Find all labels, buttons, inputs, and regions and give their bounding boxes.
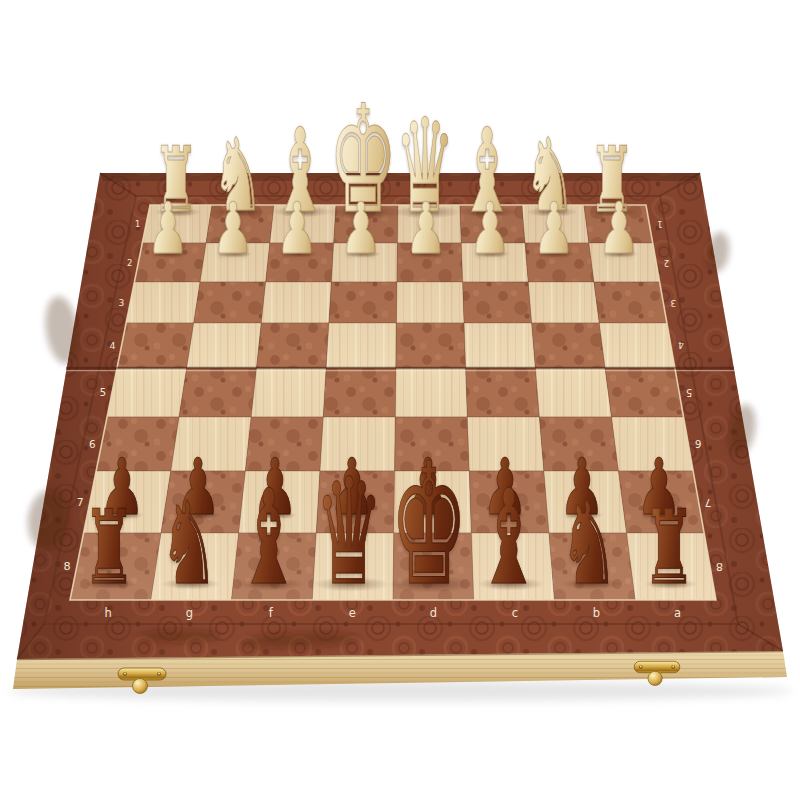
piece-black-knight-glyph: ♞ [560, 487, 619, 601]
piece-black-rook-glyph: ♜ [83, 497, 136, 599]
file-label-h: h [104, 606, 111, 620]
rank-label-right-6: 6 [695, 438, 702, 450]
burl-blotch [140, 629, 220, 643]
rank-label-left-4: 4 [109, 340, 115, 351]
piece-white-pawn-glyph: ♟ [276, 194, 318, 265]
rank-label-left-2: 2 [127, 258, 132, 268]
piece-black-king-glyph: ♚ [390, 441, 469, 609]
rank-label-left-3: 3 [119, 298, 125, 308]
rank-label-left-5: 5 [100, 387, 106, 398]
piece-black-rook-glyph: ♜ [642, 497, 695, 599]
piece-white-pawn-glyph: ♟ [533, 194, 575, 265]
piece-white-pawn-glyph: ♟ [212, 194, 254, 265]
rank-label-right-7: 7 [705, 496, 712, 509]
piece-white-pawn-glyph: ♟ [405, 194, 447, 265]
piece-white-pawn-glyph: ♟ [598, 194, 640, 265]
rank-label-right-4: 4 [678, 340, 684, 351]
rank-label-right-3: 3 [670, 298, 676, 308]
rank-label-right-8: 8 [716, 560, 723, 573]
rank-label-left-8: 8 [64, 560, 71, 573]
rank-label-right-1: 1 [657, 219, 662, 229]
piece-white-pawn-glyph: ♟ [147, 194, 189, 265]
piece-white-pawn-glyph: ♟ [469, 194, 511, 265]
rank-label-left-1: 1 [135, 219, 140, 229]
piece-black-bishop-glyph: ♝ [236, 472, 302, 603]
file-label-a: a [674, 606, 681, 620]
rank-label-left-6: 6 [89, 438, 96, 450]
piece-black-queen-glyph: ♛ [315, 459, 384, 606]
piece-black-bishop-glyph: ♝ [476, 472, 542, 603]
chess-set-photo: 1122334455667788hgfedcba ♜♞♝♚♛♝♞♜♟♟♟♟♟♟♟… [0, 0, 800, 800]
piece-black-knight-glyph: ♞ [160, 487, 219, 601]
piece-white-pawn-glyph: ♟ [340, 194, 382, 265]
rank-label-right-2: 2 [664, 258, 669, 268]
rank-label-right-5: 5 [686, 387, 692, 398]
